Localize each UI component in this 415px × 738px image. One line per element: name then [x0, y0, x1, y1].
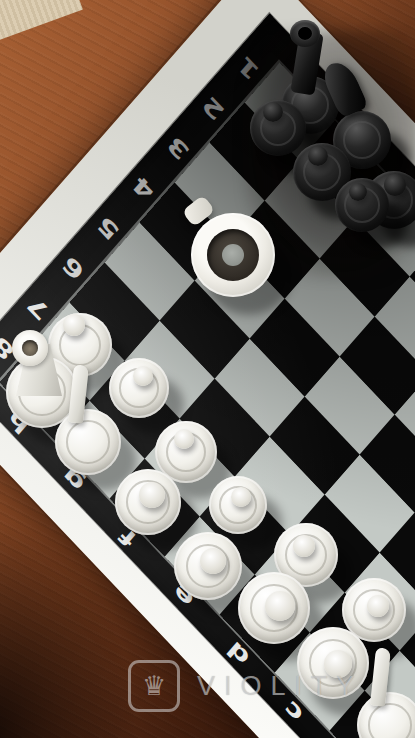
rook-top [290, 20, 320, 47]
watermark: ♛ VIOLITY [128, 660, 364, 712]
piece-knob [133, 366, 153, 386]
piece-knob [367, 595, 389, 617]
watermark-text: VIOLITY [197, 671, 364, 702]
white-pawn-g4[interactable] [191, 213, 275, 297]
piece-knob [308, 146, 328, 166]
rook-top [12, 330, 48, 366]
white-knight-b8[interactable] [357, 692, 415, 738]
piece-knob [293, 535, 315, 557]
piece-knob [263, 102, 283, 122]
white-knight-g8[interactable] [55, 409, 121, 475]
piece-knob [231, 487, 251, 507]
piece-knob [200, 548, 226, 574]
piece-knob [349, 183, 367, 201]
base-ring [368, 703, 412, 738]
rook-hole [22, 340, 38, 356]
black-pawn-f2[interactable] [335, 178, 389, 232]
base-ring [66, 420, 110, 464]
rook-hole [298, 27, 312, 40]
base-hole [222, 244, 244, 266]
piece-knob [265, 591, 295, 621]
white-queen-e8[interactable] [174, 532, 242, 600]
crown-icon: ♛ [128, 660, 180, 712]
white-pawn-e7[interactable] [209, 476, 267, 534]
white-bishop-f8[interactable] [115, 469, 181, 535]
photo-scene: { "game": "chess", "scene": { "descripti… [0, 0, 415, 738]
piece-knob [139, 482, 165, 508]
table-cloth-corner [0, 0, 83, 44]
piece-knob [63, 314, 85, 336]
piece-knob [174, 429, 194, 449]
